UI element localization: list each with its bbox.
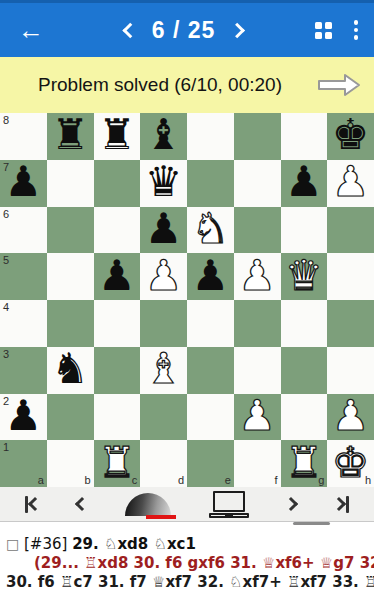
back-icon[interactable]: ←: [18, 17, 44, 43]
square-f7[interactable]: [234, 160, 281, 207]
status-text: Problem solved (6/10, 00:20): [38, 74, 282, 96]
rank-label-3: 3: [3, 349, 9, 360]
strength-gauge-icon[interactable]: [125, 493, 171, 516]
first-move-button[interactable]: [25, 496, 40, 513]
black-rook[interactable]: ♜: [51, 114, 89, 156]
square-a8[interactable]: 8: [0, 113, 47, 160]
square-d6[interactable]: ♟: [140, 207, 187, 254]
move-nav-bar: [0, 487, 374, 521]
rank-label-1: 1: [3, 442, 9, 453]
square-g4[interactable]: [281, 300, 328, 347]
square-h2[interactable]: ♟: [327, 394, 374, 441]
white-pawn[interactable]: ♟: [145, 255, 183, 297]
square-b3[interactable]: ♞: [47, 347, 94, 394]
square-g5[interactable]: ♛: [281, 253, 328, 300]
black-queen[interactable]: ♛: [145, 161, 183, 203]
black-knight[interactable]: ♞: [51, 348, 89, 390]
prev-move-button[interactable]: [77, 499, 87, 509]
white-king[interactable]: ♚: [332, 442, 370, 484]
square-c6[interactable]: [94, 207, 141, 254]
square-h7[interactable]: ♟: [327, 160, 374, 207]
square-a3[interactable]: 3: [0, 347, 47, 394]
rank-label-6: 6: [3, 209, 9, 220]
notation-main-line: □ [#36] 29. ♘xd8 ♘xc1: [6, 535, 368, 554]
next-problem-icon[interactable]: [229, 22, 245, 38]
overflow-menu-icon[interactable]: [354, 20, 359, 40]
prev-problem-icon[interactable]: [122, 22, 138, 38]
square-d5[interactable]: ♟: [140, 253, 187, 300]
square-c1[interactable]: c♜: [94, 440, 141, 487]
square-b6[interactable]: [47, 207, 94, 254]
square-f6[interactable]: [234, 207, 281, 254]
rank-label-8: 8: [3, 115, 9, 126]
square-e5[interactable]: ♟: [187, 253, 234, 300]
square-d7[interactable]: ♛: [140, 160, 187, 207]
white-queen[interactable]: ♛: [285, 255, 323, 297]
black-pawn[interactable]: ♟: [285, 161, 323, 203]
square-c2[interactable]: [94, 394, 141, 441]
square-a6[interactable]: 6: [0, 207, 47, 254]
square-c5[interactable]: ♟: [94, 253, 141, 300]
square-d3[interactable]: ♝: [140, 347, 187, 394]
notation-panel: □ [#36] 29. ♘xd8 ♘xc1 (29... ♖xd8 30. f6…: [0, 521, 374, 592]
square-f5[interactable]: ♟: [234, 253, 281, 300]
file-label-f: f: [274, 475, 277, 486]
square-b8[interactable]: ♜: [47, 113, 94, 160]
square-h3[interactable]: [327, 347, 374, 394]
white-pawn[interactable]: ♟: [332, 395, 370, 437]
white-pawn[interactable]: ♟: [238, 395, 276, 437]
white-rook[interactable]: ♜: [98, 442, 136, 484]
white-bishop[interactable]: ♝: [145, 348, 183, 390]
square-g8[interactable]: [281, 113, 328, 160]
chess-board: 8♜♜♝♚7♟♛♟♟6♟♞5♟♟♟♟♛43♞♝2♟♟♟1abc♜defg♜h♚: [0, 113, 374, 487]
square-d4[interactable]: [140, 300, 187, 347]
rank-label-5: 5: [3, 255, 9, 266]
square-b4[interactable]: [47, 300, 94, 347]
dashboard-icon[interactable]: [315, 22, 332, 39]
square-d2[interactable]: [140, 394, 187, 441]
square-c4[interactable]: [94, 300, 141, 347]
square-g6[interactable]: [281, 207, 328, 254]
square-g3[interactable]: [281, 347, 328, 394]
black-pawn[interactable]: ♟: [192, 255, 230, 297]
square-h5[interactable]: [327, 253, 374, 300]
black-king[interactable]: ♚: [332, 114, 370, 156]
black-pawn[interactable]: ♟: [5, 161, 43, 203]
main-line-moves[interactable]: 29. ♘xd8 ♘xc1: [72, 535, 196, 553]
square-c8[interactable]: ♜: [94, 113, 141, 160]
next-move-button[interactable]: [286, 499, 296, 509]
square-f3[interactable]: [234, 347, 281, 394]
problem-counter: 6 / 25: [152, 17, 216, 44]
white-to-move-indicator: □: [6, 536, 19, 552]
next-arrow-icon[interactable]: [316, 71, 362, 99]
square-e1[interactable]: e: [187, 440, 234, 487]
scrollbar-thumb[interactable]: [293, 522, 330, 525]
file-label-a: a: [38, 475, 44, 486]
square-e7[interactable]: [187, 160, 234, 207]
white-knight[interactable]: ♞: [192, 208, 230, 250]
status-banner: Problem solved (6/10, 00:20): [0, 57, 374, 113]
rank-label-4: 4: [3, 302, 9, 313]
file-label-b: b: [84, 475, 90, 486]
black-pawn[interactable]: ♟: [5, 395, 43, 437]
square-f2[interactable]: ♟: [234, 394, 281, 441]
square-h4[interactable]: [327, 300, 374, 347]
white-rook[interactable]: ♜: [285, 442, 323, 484]
app-bar: ← 6 / 25: [0, 0, 374, 57]
square-h8[interactable]: ♚: [327, 113, 374, 160]
black-bishop[interactable]: ♝: [145, 114, 183, 156]
square-e6[interactable]: ♞: [187, 207, 234, 254]
square-a7[interactable]: 7♟: [0, 160, 47, 207]
computer-analysis-icon[interactable]: [209, 491, 249, 518]
square-c7[interactable]: [94, 160, 141, 207]
problem-pager: 6 / 25: [125, 17, 243, 44]
square-b7[interactable]: [47, 160, 94, 207]
square-e3[interactable]: [187, 347, 234, 394]
notation-variation-line[interactable]: (29... ♖xd8 30. f6 gxf6 31. ♕xf6+ ♕g7 32…: [6, 554, 368, 573]
square-b1[interactable]: b: [47, 440, 94, 487]
square-h1[interactable]: h♚: [327, 440, 374, 487]
white-pawn[interactable]: ♟: [238, 255, 276, 297]
square-e4[interactable]: [187, 300, 234, 347]
square-d1[interactable]: d: [140, 440, 187, 487]
square-f4[interactable]: [234, 300, 281, 347]
square-a1[interactable]: 1a: [0, 440, 47, 487]
square-f1[interactable]: f: [234, 440, 281, 487]
square-g2[interactable]: [281, 394, 328, 441]
square-g1[interactable]: g♜: [281, 440, 328, 487]
square-e2[interactable]: [187, 394, 234, 441]
square-d8[interactable]: ♝: [140, 113, 187, 160]
square-a2[interactable]: 2♟: [0, 394, 47, 441]
square-h6[interactable]: [327, 207, 374, 254]
square-g7[interactable]: ♟: [281, 160, 328, 207]
black-rook[interactable]: ♜: [98, 114, 136, 156]
file-label-e: e: [225, 475, 231, 486]
black-pawn[interactable]: ♟: [145, 208, 183, 250]
notation-continuation-line[interactable]: 30. f6 ♖c7 31. f7 ♕xf7 32. ♘xf7+ ♖xf7 33…: [6, 573, 368, 592]
square-b5[interactable]: [47, 253, 94, 300]
square-a5[interactable]: 5: [0, 253, 47, 300]
square-a4[interactable]: 4: [0, 300, 47, 347]
square-b2[interactable]: [47, 394, 94, 441]
square-f8[interactable]: [234, 113, 281, 160]
file-label-d: d: [178, 475, 184, 486]
problem-ref: [#36]: [24, 535, 67, 553]
white-pawn[interactable]: ♟: [332, 161, 370, 203]
square-e8[interactable]: [187, 113, 234, 160]
last-move-button[interactable]: [334, 496, 349, 513]
square-c3[interactable]: [94, 347, 141, 394]
black-pawn[interactable]: ♟: [98, 255, 136, 297]
